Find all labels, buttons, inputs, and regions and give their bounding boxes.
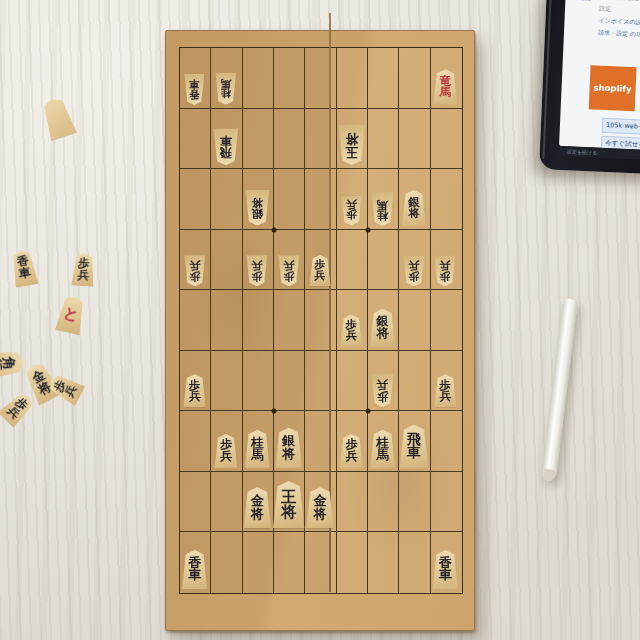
square-6i[interactable] xyxy=(274,532,305,593)
square-3i[interactable] xyxy=(368,532,399,593)
square-6c[interactable] xyxy=(274,169,305,230)
square-7e[interactable] xyxy=(243,290,274,351)
tablet-screen[interactable]: 情報 設定 情報 初期 設定について 設定 インボイスの設定を行ってください 請… xyxy=(559,0,640,151)
square-8f[interactable] xyxy=(211,351,242,412)
square-6e[interactable] xyxy=(274,290,305,351)
square-3b[interactable] xyxy=(368,109,399,170)
square-2f[interactable] xyxy=(399,351,430,412)
square-6b[interactable] xyxy=(274,109,305,170)
photo-scene: { "game": "shogi", "scene_description": … xyxy=(0,0,640,640)
square-4f[interactable] xyxy=(337,351,368,412)
square-2h[interactable] xyxy=(399,472,430,533)
tablet-device[interactable]: 情報 設定 情報 初期 設定について 設定 インボイスの設定を行ってください 請… xyxy=(539,0,640,175)
square-1h[interactable] xyxy=(431,472,462,533)
tablet-bottom-bar: 設定を続ける xyxy=(559,146,640,161)
square-8e[interactable] xyxy=(211,290,242,351)
shoplify-logo: shoplify xyxy=(589,65,637,111)
square-4d[interactable] xyxy=(337,230,368,291)
square-7b[interactable] xyxy=(243,109,274,170)
square-7i[interactable] xyxy=(243,532,274,593)
square-7f[interactable] xyxy=(243,351,274,412)
tablet-text-row: 設定 xyxy=(599,5,640,17)
square-2b[interactable] xyxy=(399,109,430,170)
square-2i[interactable] xyxy=(399,532,430,593)
square-9b[interactable] xyxy=(180,109,211,170)
square-9h[interactable] xyxy=(180,472,211,533)
square-1c[interactable] xyxy=(431,169,462,230)
square-8d[interactable] xyxy=(211,230,242,291)
tablet-chip-invoice[interactable]: 105k-webインボイス設定 xyxy=(602,118,640,136)
square-9c[interactable] xyxy=(180,169,211,230)
square-1g[interactable] xyxy=(431,411,462,472)
tablet-text-row: インボイスの設定を行ってください xyxy=(598,17,640,29)
square-9e[interactable] xyxy=(180,290,211,351)
square-5c[interactable] xyxy=(305,169,336,230)
square-9g[interactable] xyxy=(180,411,211,472)
square-4i[interactable] xyxy=(337,532,368,593)
square-8i[interactable] xyxy=(211,532,242,593)
square-5e[interactable] xyxy=(305,290,336,351)
square-8h[interactable] xyxy=(211,472,242,533)
square-4a[interactable] xyxy=(337,48,368,109)
shogi-board: 香車桂馬竜馬飛車玉将銀将歩兵桂馬銀将歩兵歩兵歩兵歩兵歩兵歩兵歩兵銀将歩兵歩兵歩兵… xyxy=(165,30,475,631)
square-5g[interactable] xyxy=(305,411,336,472)
square-4h[interactable] xyxy=(337,472,368,533)
square-5b[interactable] xyxy=(305,109,336,170)
square-3d[interactable] xyxy=(368,230,399,291)
square-1e[interactable] xyxy=(431,290,462,351)
square-2a[interactable] xyxy=(399,48,430,109)
square-7a[interactable] xyxy=(243,48,274,109)
square-3a[interactable] xyxy=(368,48,399,109)
square-3h[interactable] xyxy=(368,472,399,533)
square-5f[interactable] xyxy=(305,351,336,412)
tablet-text-row: 請求・設定 の項目はこちらから xyxy=(598,29,640,41)
square-6a[interactable] xyxy=(274,48,305,109)
square-5a[interactable] xyxy=(305,48,336,109)
tablet-side-label: 情報 設定 xyxy=(569,0,595,3)
square-5i[interactable] xyxy=(305,532,336,593)
square-8c[interactable] xyxy=(211,169,242,230)
square-6f[interactable] xyxy=(274,351,305,412)
square-1b[interactable] xyxy=(431,109,462,170)
square-2e[interactable] xyxy=(399,290,430,351)
